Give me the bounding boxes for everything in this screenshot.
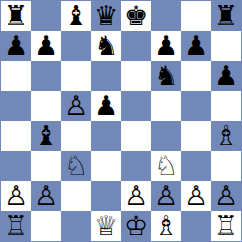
- piece-white-bishop: ♗: [154, 211, 178, 241]
- square-c3[interactable]: ♘: [61, 151, 91, 181]
- square-b2[interactable]: ♙: [31, 181, 61, 211]
- square-c6[interactable]: [61, 61, 91, 91]
- square-f4[interactable]: [151, 121, 181, 151]
- chess-board-frame: ♜♝♛♚♜♟♟♞♟♟♞♟♙♟♝♗♘♘♙♙♙♙♙♙♖♕♔♗♖: [0, 0, 242, 242]
- square-g2[interactable]: ♙: [181, 181, 211, 211]
- piece-black-bishop: ♝: [64, 1, 88, 31]
- piece-black-knight: ♞: [154, 61, 178, 91]
- piece-black-pawn: ♟: [34, 31, 58, 61]
- square-d2[interactable]: [91, 181, 121, 211]
- square-h6[interactable]: ♟: [211, 61, 241, 91]
- square-c2[interactable]: [61, 181, 91, 211]
- square-d3[interactable]: [91, 151, 121, 181]
- square-e5[interactable]: [121, 91, 151, 121]
- square-b1[interactable]: [31, 211, 61, 241]
- square-c8[interactable]: ♝: [61, 1, 91, 31]
- square-f1[interactable]: ♗: [151, 211, 181, 241]
- square-f3[interactable]: ♘: [151, 151, 181, 181]
- piece-black-pawn: ♟: [214, 61, 238, 91]
- square-d6[interactable]: [91, 61, 121, 91]
- square-f8[interactable]: [151, 1, 181, 31]
- square-a2[interactable]: ♙: [1, 181, 31, 211]
- square-h3[interactable]: [211, 151, 241, 181]
- square-c1[interactable]: [61, 211, 91, 241]
- square-c7[interactable]: [61, 31, 91, 61]
- piece-black-pawn: ♟: [4, 31, 28, 61]
- piece-white-rook: ♖: [4, 211, 28, 241]
- piece-black-king: ♚: [124, 1, 148, 31]
- square-e7[interactable]: [121, 31, 151, 61]
- piece-white-king: ♔: [124, 211, 148, 241]
- piece-white-pawn: ♙: [184, 181, 208, 211]
- piece-black-pawn: ♟: [154, 31, 178, 61]
- square-g1[interactable]: [181, 211, 211, 241]
- square-b7[interactable]: ♟: [31, 31, 61, 61]
- square-d1[interactable]: ♕: [91, 211, 121, 241]
- square-h1[interactable]: ♖: [211, 211, 241, 241]
- square-b4[interactable]: ♝: [31, 121, 61, 151]
- piece-black-pawn: ♟: [94, 91, 118, 121]
- square-a5[interactable]: [1, 91, 31, 121]
- square-e3[interactable]: [121, 151, 151, 181]
- square-c5[interactable]: ♙: [61, 91, 91, 121]
- square-a1[interactable]: ♖: [1, 211, 31, 241]
- piece-black-bishop: ♝: [34, 121, 58, 151]
- square-g6[interactable]: [181, 61, 211, 91]
- piece-white-pawn: ♙: [34, 181, 58, 211]
- square-a8[interactable]: ♜: [1, 1, 31, 31]
- square-h4[interactable]: ♗: [211, 121, 241, 151]
- square-d4[interactable]: [91, 121, 121, 151]
- square-b6[interactable]: [31, 61, 61, 91]
- square-g8[interactable]: [181, 1, 211, 31]
- square-h7[interactable]: [211, 31, 241, 61]
- piece-black-queen: ♛: [94, 1, 118, 31]
- piece-white-pawn: ♙: [154, 181, 178, 211]
- square-f6[interactable]: ♞: [151, 61, 181, 91]
- square-d5[interactable]: ♟: [91, 91, 121, 121]
- square-g4[interactable]: [181, 121, 211, 151]
- piece-white-pawn: ♙: [64, 91, 88, 121]
- square-f5[interactable]: [151, 91, 181, 121]
- piece-black-knight: ♞: [94, 31, 118, 61]
- piece-white-knight: ♘: [64, 151, 88, 181]
- square-a6[interactable]: [1, 61, 31, 91]
- piece-black-pawn: ♟: [184, 31, 208, 61]
- piece-white-rook: ♖: [214, 211, 238, 241]
- piece-white-pawn: ♙: [4, 181, 28, 211]
- square-g5[interactable]: [181, 91, 211, 121]
- square-h5[interactable]: [211, 91, 241, 121]
- square-f2[interactable]: ♙: [151, 181, 181, 211]
- square-b5[interactable]: [31, 91, 61, 121]
- square-g7[interactable]: ♟: [181, 31, 211, 61]
- square-c4[interactable]: [61, 121, 91, 151]
- square-h8[interactable]: ♜: [211, 1, 241, 31]
- square-e1[interactable]: ♔: [121, 211, 151, 241]
- square-e4[interactable]: [121, 121, 151, 151]
- piece-white-queen: ♕: [94, 211, 118, 241]
- piece-white-knight: ♘: [154, 151, 178, 181]
- square-b8[interactable]: [31, 1, 61, 31]
- chess-board: ♜♝♛♚♜♟♟♞♟♟♞♟♙♟♝♗♘♘♙♙♙♙♙♙♖♕♔♗♖: [1, 1, 241, 241]
- piece-white-pawn: ♙: [124, 181, 148, 211]
- piece-black-rook: ♜: [214, 1, 238, 31]
- piece-white-pawn: ♙: [214, 181, 238, 211]
- square-d8[interactable]: ♛: [91, 1, 121, 31]
- square-a7[interactable]: ♟: [1, 31, 31, 61]
- square-f7[interactable]: ♟: [151, 31, 181, 61]
- piece-black-rook: ♜: [4, 1, 28, 31]
- square-h2[interactable]: ♙: [211, 181, 241, 211]
- piece-white-bishop: ♗: [214, 121, 238, 151]
- square-e6[interactable]: [121, 61, 151, 91]
- square-b3[interactable]: [31, 151, 61, 181]
- square-e2[interactable]: ♙: [121, 181, 151, 211]
- square-d7[interactable]: ♞: [91, 31, 121, 61]
- square-e8[interactable]: ♚: [121, 1, 151, 31]
- square-a4[interactable]: [1, 121, 31, 151]
- square-a3[interactable]: [1, 151, 31, 181]
- square-g3[interactable]: [181, 151, 211, 181]
